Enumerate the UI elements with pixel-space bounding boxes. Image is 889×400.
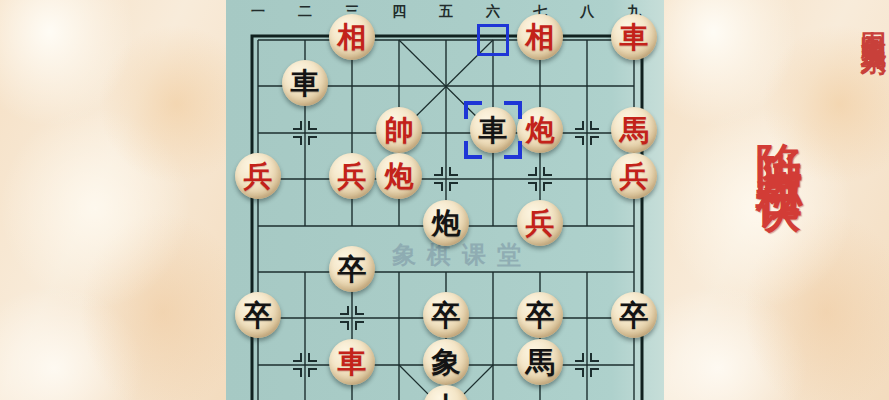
piece-red-soldier[interactable]: 兵 bbox=[611, 153, 657, 199]
series-title-vertical: 中国象棋宝典系列 bbox=[857, 10, 889, 250]
piece-red-chariot[interactable]: 車 bbox=[611, 14, 657, 60]
piece-black-elephant[interactable]: 象 bbox=[423, 339, 469, 385]
piece-black-soldier[interactable]: 卒 bbox=[329, 246, 375, 292]
piece-black-soldier[interactable]: 卒 bbox=[517, 292, 563, 338]
piece-red-horse[interactable]: 馬 bbox=[611, 107, 657, 153]
piece-red-king[interactable]: 帥 bbox=[376, 107, 422, 153]
piece-black-soldier[interactable]: 卒 bbox=[611, 292, 657, 338]
piece-red-cannon[interactable]: 炮 bbox=[376, 153, 422, 199]
piece-black-chariot[interactable]: 車 bbox=[282, 60, 328, 106]
piece-black-soldier[interactable]: 卒 bbox=[235, 292, 281, 338]
watermark-text: 象棋课堂 bbox=[392, 239, 532, 271]
piece-black-cannon[interactable]: 炮 bbox=[423, 200, 469, 246]
piece-black-soldier[interactable]: 卒 bbox=[423, 292, 469, 338]
file-label-4: 四 bbox=[389, 3, 409, 19]
piece-red-cannon[interactable]: 炮 bbox=[517, 107, 563, 153]
marble-background-left bbox=[0, 0, 226, 400]
move-from-marker bbox=[477, 24, 509, 56]
piece-black-horse[interactable]: 馬 bbox=[517, 339, 563, 385]
piece-red-elephant[interactable]: 相 bbox=[517, 14, 563, 60]
screenshot-stage: 一二三四五六七八九 象棋课堂 相相車車帥車炮馬兵兵炮兵炮兵卒卒卒卒卒車象馬士 中… bbox=[0, 0, 889, 400]
selected-piece-brackets bbox=[464, 101, 522, 159]
file-label-5: 五 bbox=[436, 3, 456, 19]
piece-red-soldier[interactable]: 兵 bbox=[517, 200, 563, 246]
piece-red-elephant[interactable]: 相 bbox=[329, 14, 375, 60]
xiangqi-board[interactable]: 一二三四五六七八九 象棋课堂 相相車車帥車炮馬兵兵炮兵炮兵卒卒卒卒卒車象馬士 bbox=[226, 0, 664, 400]
file-label-6: 六 bbox=[483, 3, 503, 19]
piece-red-chariot[interactable]: 車 bbox=[329, 339, 375, 385]
file-label-8: 八 bbox=[577, 3, 597, 19]
piece-red-soldier[interactable]: 兵 bbox=[329, 153, 375, 199]
file-label-2: 二 bbox=[295, 3, 315, 19]
file-label-1: 一 bbox=[248, 3, 268, 19]
book-title-vertical: 陷阱与秘诀 bbox=[748, 106, 810, 400]
piece-red-soldier[interactable]: 兵 bbox=[235, 153, 281, 199]
